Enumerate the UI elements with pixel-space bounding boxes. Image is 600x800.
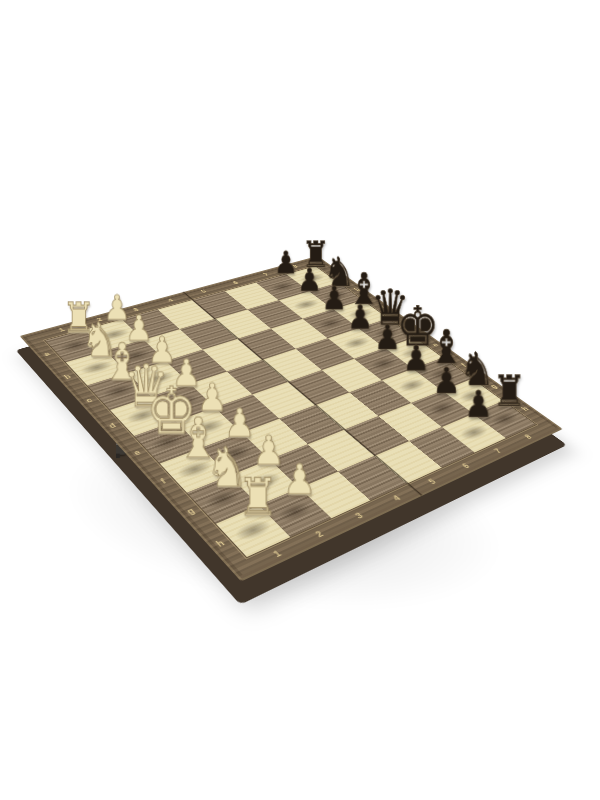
white-rook-h1: ♜ bbox=[220, 461, 294, 535]
black-pawn-h7: ♟ bbox=[447, 373, 510, 436]
photo-background: 12345678 12345678 abcdefgh abcdefgh ♜♟♟♜… bbox=[0, 0, 600, 800]
